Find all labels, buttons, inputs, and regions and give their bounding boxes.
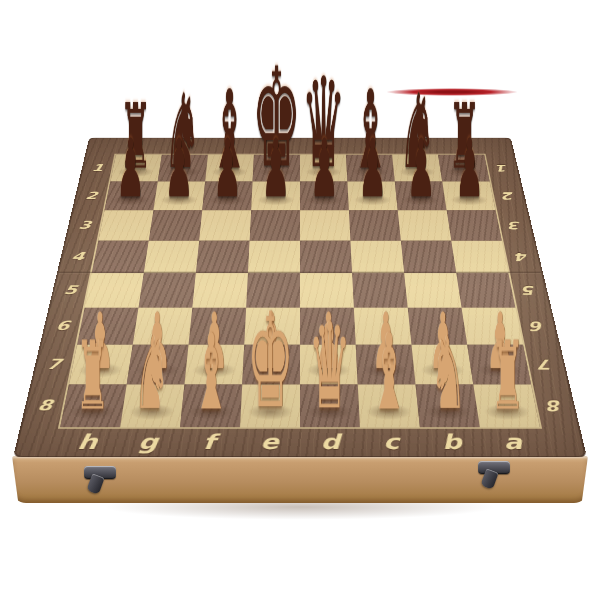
file-label-a: a xyxy=(480,430,545,454)
playing-grid: ♜♞♝♚♛♝♞♜♟♟♟♟♟♟♟♟♟♟♟♟♟♟♟♟♜♞♝♚♛♝♞♜ xyxy=(60,155,540,428)
file-labels-bottom: hgfedcba xyxy=(55,430,546,454)
square-c4[interactable] xyxy=(350,241,404,273)
square-f3[interactable] xyxy=(199,210,251,240)
square-c3[interactable] xyxy=(349,210,401,240)
file-label-e: e xyxy=(239,430,300,454)
rank-label-left-3: 3 xyxy=(69,210,101,240)
file-label-d: d xyxy=(300,430,361,454)
square-d3[interactable] xyxy=(300,210,350,240)
light-rook[interactable]: ♜ xyxy=(433,330,581,424)
square-h3[interactable] xyxy=(98,210,153,240)
square-e4[interactable] xyxy=(248,241,300,273)
square-f4[interactable] xyxy=(196,241,250,273)
perspective-stage: ♜♞♝♚♛♝♞♜♟♟♟♟♟♟♟♟♟♟♟♟♟♟♟♟♜♞♝♚♛♝♞♜ 1234567… xyxy=(57,30,543,516)
square-b4[interactable] xyxy=(401,241,456,273)
latch-left xyxy=(84,466,128,498)
square-a2[interactable]: ♟ xyxy=(442,182,495,211)
square-e3[interactable] xyxy=(250,210,300,240)
file-label-g: g xyxy=(116,430,180,454)
square-g3[interactable] xyxy=(149,210,203,240)
square-a8[interactable]: ♜ xyxy=(473,384,540,427)
file-label-f: f xyxy=(177,430,240,454)
latch-right xyxy=(478,461,522,493)
file-label-h: h xyxy=(55,430,120,454)
square-b3[interactable] xyxy=(398,210,452,240)
square-g4[interactable] xyxy=(144,241,199,273)
square-a4[interactable] xyxy=(451,241,508,273)
file-label-b: b xyxy=(420,430,484,454)
file-label-c: c xyxy=(360,430,423,454)
square-a3[interactable] xyxy=(447,210,502,240)
rank-label-right-4: 4 xyxy=(506,241,539,273)
square-d4[interactable] xyxy=(300,241,352,273)
product-photo-scene: ♜♞♝♚♛♝♞♜♟♟♟♟♟♟♟♟♟♟♟♟♟♟♟♟♜♞♝♚♛♝♞♜ 1234567… xyxy=(0,0,600,600)
rank-label-left-4: 4 xyxy=(61,241,94,273)
chess-board: ♜♞♝♚♛♝♞♜♟♟♟♟♟♟♟♟♟♟♟♟♟♟♟♟♜♞♝♚♛♝♞♜ 1234567… xyxy=(13,138,587,458)
square-h4[interactable] xyxy=(92,241,149,273)
rank-label-right-3: 3 xyxy=(500,210,532,240)
